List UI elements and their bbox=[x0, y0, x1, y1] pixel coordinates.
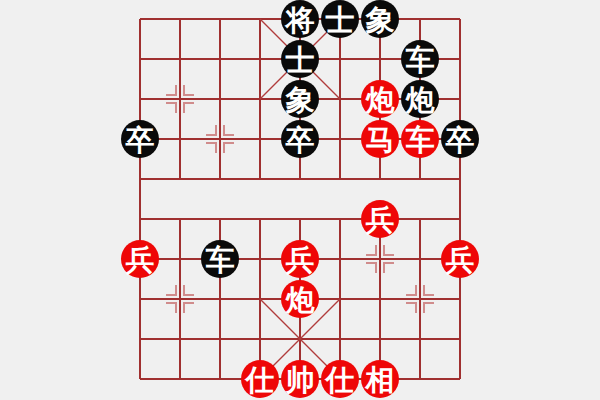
red-cannon[interactable]: 炮 bbox=[281, 280, 319, 318]
red-horse[interactable]: 马 bbox=[361, 120, 399, 158]
red-advisor[interactable]: 仕 bbox=[321, 360, 359, 398]
red-advisor[interactable]: 仕 bbox=[241, 360, 279, 398]
black-chariot-label: 车 bbox=[406, 46, 435, 75]
black-chariot[interactable]: 车 bbox=[201, 240, 239, 278]
red-chariot[interactable]: 车 bbox=[401, 120, 439, 158]
black-chariot-label: 车 bbox=[206, 246, 235, 275]
black-soldier[interactable]: 卒 bbox=[441, 120, 479, 158]
red-elephant-label: 相 bbox=[366, 366, 395, 395]
black-advisor-label: 士 bbox=[326, 6, 355, 35]
black-elephant-label: 象 bbox=[286, 86, 315, 115]
red-soldier-label: 兵 bbox=[446, 246, 475, 275]
red-soldier-label: 兵 bbox=[126, 246, 155, 275]
black-advisor[interactable]: 士 bbox=[281, 40, 319, 78]
black-cannon[interactable]: 炮 bbox=[401, 80, 439, 118]
red-soldier[interactable]: 兵 bbox=[361, 200, 399, 238]
red-soldier-label: 兵 bbox=[286, 246, 315, 275]
pieces-layer: 将士象士车象炮炮卒卒马车卒兵兵车兵兵炮仕帅仕相 bbox=[120, 0, 480, 399]
black-soldier-label: 卒 bbox=[286, 126, 315, 155]
black-general[interactable]: 将 bbox=[281, 0, 319, 38]
black-elephant-label: 象 bbox=[366, 6, 395, 35]
red-advisor-label: 仕 bbox=[326, 366, 355, 395]
red-chariot-label: 车 bbox=[406, 126, 435, 155]
red-general[interactable]: 帅 bbox=[281, 360, 319, 398]
red-elephant[interactable]: 相 bbox=[361, 360, 399, 398]
red-general-label: 帅 bbox=[286, 366, 315, 395]
black-general-label: 将 bbox=[286, 6, 315, 35]
red-soldier[interactable]: 兵 bbox=[121, 240, 159, 278]
red-soldier-label: 兵 bbox=[366, 206, 395, 235]
red-cannon-label: 炮 bbox=[286, 286, 315, 315]
red-soldier[interactable]: 兵 bbox=[281, 240, 319, 278]
black-soldier[interactable]: 卒 bbox=[121, 120, 159, 158]
black-advisor-label: 士 bbox=[286, 46, 315, 75]
black-advisor[interactable]: 士 bbox=[321, 0, 359, 38]
black-cannon-label: 炮 bbox=[406, 86, 435, 115]
red-horse-label: 马 bbox=[366, 126, 395, 155]
black-soldier[interactable]: 卒 bbox=[281, 120, 319, 158]
red-cannon-label: 炮 bbox=[366, 86, 395, 115]
xiangqi-board: 将士象士车象炮炮卒卒马车卒兵兵车兵兵炮仕帅仕相 bbox=[0, 0, 600, 400]
black-elephant[interactable]: 象 bbox=[361, 0, 399, 38]
black-soldier-label: 卒 bbox=[126, 126, 155, 155]
black-elephant[interactable]: 象 bbox=[281, 80, 319, 118]
red-cannon[interactable]: 炮 bbox=[361, 80, 399, 118]
black-soldier-label: 卒 bbox=[446, 126, 475, 155]
red-soldier[interactable]: 兵 bbox=[441, 240, 479, 278]
black-chariot[interactable]: 车 bbox=[401, 40, 439, 78]
red-advisor-label: 仕 bbox=[246, 366, 275, 395]
